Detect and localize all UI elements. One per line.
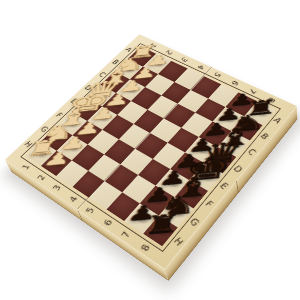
- rank-label-5-near: 5: [85, 206, 96, 214]
- rank-label-1-near: 1: [21, 164, 32, 171]
- rank-label-4-far: 4: [196, 64, 205, 71]
- product-photo: 11AA22BB33CC44DD55EE66FF77GG88HH ♜♞♝♛♚♝♞…: [0, 0, 300, 300]
- rank-label-6-near: 6: [103, 218, 115, 227]
- rank-label-8-near: 8: [140, 243, 152, 252]
- rank-label-5-far: 5: [212, 71, 222, 78]
- rank-label-2-near: 2: [36, 174, 47, 182]
- board-top-face: 11AA22BB33CC44DD55EE66FF77GG88HH ♜♞♝♛♚♝♞…: [5, 34, 297, 269]
- rank-label-4-near: 4: [68, 195, 79, 203]
- rank-label-7-near: 7: [121, 230, 133, 239]
- box-side-seam: [236, 181, 239, 194]
- rank-label-6-far: 6: [230, 79, 240, 86]
- rank-label-3-far: 3: [180, 56, 189, 63]
- photo-scene: 11AA22BB33CC44DD55EE66FF77GG88HH ♜♞♝♛♚♝♞…: [0, 0, 300, 300]
- rank-label-3-near: 3: [52, 184, 63, 192]
